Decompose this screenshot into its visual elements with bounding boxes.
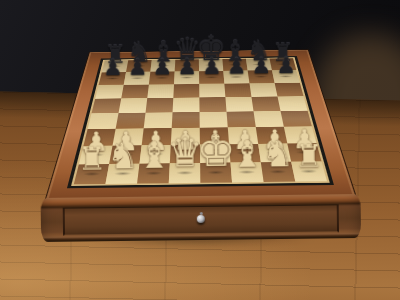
- square-a1: ♜: [74, 164, 109, 184]
- black-pawn: ♟: [152, 56, 172, 78]
- square-h5: [277, 96, 307, 111]
- white-rook: ♜: [294, 140, 322, 171]
- black-pawn: ♟: [201, 55, 221, 77]
- square-f6: [224, 83, 251, 97]
- white-knight: ♞: [261, 136, 293, 172]
- black-pawn: ♟: [226, 55, 246, 77]
- black-pawn: ♟: [177, 55, 197, 77]
- square-b6: [121, 84, 149, 98]
- chess-box-front: [41, 194, 362, 242]
- black-pawn: ♟: [102, 56, 122, 78]
- white-rook: ♜: [78, 143, 106, 174]
- square-d6: [173, 84, 199, 98]
- black-pawn: ♟: [276, 54, 296, 76]
- square-h1: ♜: [291, 161, 327, 181]
- square-c5: [146, 98, 174, 113]
- square-d5: [173, 97, 200, 112]
- board-grid: ♜♞♝♛♚♝♞♜♟♟♟♟♟♟♟♟♟♟♟♟♟♟♟♟♜♞♝♛♚♝♞♜: [74, 58, 327, 184]
- black-pawn: ♟: [251, 55, 271, 77]
- board-frame: ♜♞♝♛♚♝♞♜♟♟♟♟♟♟♟♟♟♟♟♟♟♟♟♟♜♞♝♛♚♝♞♜: [46, 50, 356, 201]
- square-c6: [147, 84, 174, 98]
- square-a6: [95, 85, 124, 99]
- square-g6: [249, 83, 277, 97]
- square-b1: ♞: [105, 164, 139, 184]
- square-e6: [199, 84, 225, 98]
- square-b5: [119, 98, 148, 113]
- square-f5: [225, 97, 253, 112]
- white-bishop: ♝: [137, 136, 170, 173]
- square-g7: ♟: [248, 70, 275, 83]
- square-f7: ♟: [223, 71, 249, 84]
- square-a5: [92, 98, 122, 113]
- square-h6: [275, 83, 304, 97]
- square-d1: ♛: [169, 163, 201, 183]
- board-trim: ♜♞♝♛♚♝♞♜♟♟♟♟♟♟♟♟♟♟♟♟♟♟♟♟♜♞♝♛♚♝♞♜: [67, 56, 334, 188]
- square-g1: ♞: [261, 162, 295, 182]
- square-g5: [251, 96, 280, 111]
- square-c1: ♝: [137, 163, 170, 183]
- square-e7: ♟: [199, 71, 224, 84]
- white-knight: ♞: [106, 138, 138, 174]
- square-e1: ♚: [200, 163, 232, 183]
- square-c7: ♟: [149, 72, 175, 85]
- white-bishop: ♝: [230, 135, 263, 172]
- drawer-front: [63, 204, 339, 235]
- square-h7: ♟: [272, 70, 300, 83]
- square-e5: [199, 97, 226, 112]
- board-3d-wrap: ♜♞♝♛♚♝♞♜♟♟♟♟♟♟♟♟♟♟♟♟♟♟♟♟♜♞♝♛♚♝♞♜: [46, 50, 356, 201]
- square-a7: ♟: [99, 72, 126, 85]
- scene: ♜♞♝♛♚♝♞♜♟♟♟♟♟♟♟♟♟♟♟♟♟♟♟♟♜♞♝♛♚♝♞♜: [0, 0, 400, 300]
- square-f1: ♝: [230, 162, 263, 182]
- white-king: ♚: [196, 129, 236, 173]
- square-d7: ♟: [174, 71, 199, 84]
- chess-set: ♜♞♝♛♚♝♞♜♟♟♟♟♟♟♟♟♟♟♟♟♟♟♟♟♜♞♝♛♚♝♞♜: [0, 0, 400, 300]
- drawer-knob: [197, 215, 205, 223]
- square-b7: ♟: [124, 72, 151, 85]
- black-pawn: ♟: [127, 56, 147, 78]
